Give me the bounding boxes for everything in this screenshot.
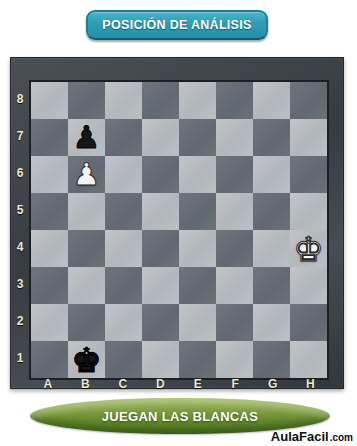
black-pawn: ♟ — [73, 122, 101, 153]
file-labels: ABCDEFGH — [29, 377, 329, 390]
square-e5 — [179, 193, 216, 230]
square-a5 — [31, 193, 68, 230]
square-f1 — [216, 341, 253, 378]
square-d1 — [142, 341, 179, 378]
square-g4 — [253, 230, 290, 267]
square-g3 — [253, 267, 290, 304]
file-label-e: E — [179, 377, 217, 391]
file-label-b: B — [67, 377, 105, 391]
square-f5 — [216, 193, 253, 230]
chess-board: ♟♟♚♚ — [29, 80, 329, 380]
file-label-h: H — [292, 377, 330, 391]
square-g7 — [253, 119, 290, 156]
file-label-g: G — [254, 377, 292, 391]
square-e1 — [179, 341, 216, 378]
square-c7 — [105, 119, 142, 156]
square-c3 — [105, 267, 142, 304]
square-b3 — [68, 267, 105, 304]
square-f6 — [216, 156, 253, 193]
square-b8 — [68, 82, 105, 119]
square-a6 — [31, 156, 68, 193]
square-b6: ♟ — [68, 156, 105, 193]
square-e6 — [179, 156, 216, 193]
square-g1 — [253, 341, 290, 378]
square-a1 — [31, 341, 68, 378]
square-h5 — [290, 193, 327, 230]
board-frame: 87654321 ♟♟♚♚ ABCDEFGH — [10, 57, 344, 389]
white-pawn: ♟ — [73, 159, 101, 190]
square-d8 — [142, 82, 179, 119]
square-d7 — [142, 119, 179, 156]
square-b2 — [68, 304, 105, 341]
square-a4 — [31, 230, 68, 267]
square-f8 — [216, 82, 253, 119]
brand-name: AulaFacil — [271, 429, 329, 444]
square-c2 — [105, 304, 142, 341]
square-b7: ♟ — [68, 119, 105, 156]
square-h6 — [290, 156, 327, 193]
file-label-a: A — [29, 377, 67, 391]
square-d3 — [142, 267, 179, 304]
file-label-d: D — [142, 377, 180, 391]
file-label-c: C — [104, 377, 142, 391]
square-d5 — [142, 193, 179, 230]
square-f4 — [216, 230, 253, 267]
square-h1 — [290, 341, 327, 378]
square-e2 — [179, 304, 216, 341]
rank-label-5: 5 — [11, 191, 29, 228]
rank-labels: 87654321 — [11, 80, 29, 376]
square-c8 — [105, 82, 142, 119]
rank-label-1: 1 — [11, 339, 29, 376]
square-c6 — [105, 156, 142, 193]
black-king: ♚ — [71, 343, 101, 377]
square-d6 — [142, 156, 179, 193]
square-h2 — [290, 304, 327, 341]
square-e3 — [179, 267, 216, 304]
square-b1: ♚ — [68, 341, 105, 378]
rank-label-7: 7 — [11, 117, 29, 154]
square-g8 — [253, 82, 290, 119]
rank-label-6: 6 — [11, 154, 29, 191]
position-title-banner: POSICIÓN DE ANÁLISIS — [86, 10, 268, 40]
square-g2 — [253, 304, 290, 341]
square-d4 — [142, 230, 179, 267]
brand-watermark: AulaFacil .com — [271, 429, 353, 444]
square-b5 — [68, 193, 105, 230]
turn-text: JUEGAN LAS BLANCAS — [102, 409, 258, 424]
square-e7 — [179, 119, 216, 156]
square-g5 — [253, 193, 290, 230]
brand-suffix: .com — [330, 432, 353, 443]
rank-label-3: 3 — [11, 265, 29, 302]
square-h3 — [290, 267, 327, 304]
square-d2 — [142, 304, 179, 341]
square-f7 — [216, 119, 253, 156]
square-c1 — [105, 341, 142, 378]
square-c5 — [105, 193, 142, 230]
square-c4 — [105, 230, 142, 267]
rank-label-8: 8 — [11, 80, 29, 117]
analysis-diagram: POSICIÓN DE ANÁLISIS 87654321 ♟♟♚♚ ABCDE… — [0, 0, 357, 446]
square-e4 — [179, 230, 216, 267]
square-g6 — [253, 156, 290, 193]
rank-label-2: 2 — [11, 302, 29, 339]
square-f3 — [216, 267, 253, 304]
square-a7 — [31, 119, 68, 156]
square-e8 — [179, 82, 216, 119]
square-a2 — [31, 304, 68, 341]
square-f2 — [216, 304, 253, 341]
rank-label-4: 4 — [11, 228, 29, 265]
square-a8 — [31, 82, 68, 119]
square-h4: ♚ — [290, 230, 327, 267]
position-title: POSICIÓN DE ANÁLISIS — [102, 18, 251, 32]
square-b4 — [68, 230, 105, 267]
file-label-f: F — [217, 377, 255, 391]
square-h8 — [290, 82, 327, 119]
square-h7 — [290, 119, 327, 156]
square-a3 — [31, 267, 68, 304]
white-king: ♚ — [293, 232, 323, 266]
